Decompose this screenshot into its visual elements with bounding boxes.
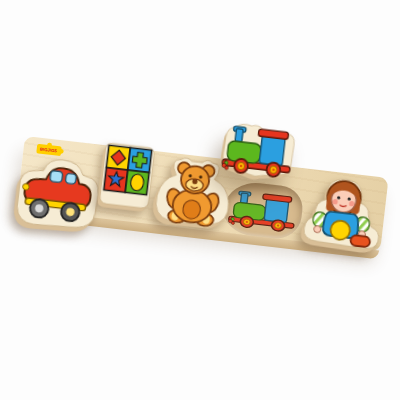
- piece-train-lifted[interactable]: [217, 116, 300, 186]
- shape-block-graphic: [95, 140, 158, 212]
- car-graphic: [7, 149, 108, 239]
- doll-graphic: [294, 170, 390, 256]
- piece-doll[interactable]: [294, 170, 390, 256]
- train-graphic: [217, 116, 300, 186]
- piece-shape-block[interactable]: [95, 140, 158, 212]
- piece-car[interactable]: [7, 149, 108, 239]
- photo-canvas: BIGJIGS: [0, 0, 400, 400]
- puzzle-board: BIGJIGS: [16, 136, 388, 252]
